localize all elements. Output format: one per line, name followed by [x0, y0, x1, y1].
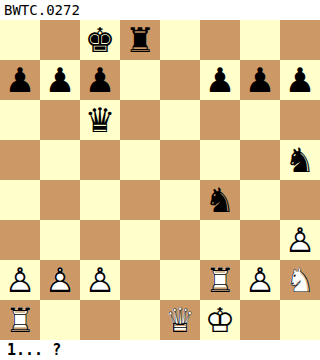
- piece-white-knight-outline: ♘: [280, 260, 320, 300]
- square-h3[interactable]: ♟♙: [280, 220, 320, 260]
- square-f5[interactable]: [200, 140, 240, 180]
- square-d6[interactable]: [120, 100, 160, 140]
- square-c5[interactable]: [80, 140, 120, 180]
- square-b7[interactable]: ♟: [40, 60, 80, 100]
- square-d5[interactable]: [120, 140, 160, 180]
- square-h8[interactable]: [280, 20, 320, 60]
- square-h4[interactable]: [280, 180, 320, 220]
- piece-white-pawn-outline: ♙: [240, 260, 280, 300]
- square-a4[interactable]: [0, 180, 40, 220]
- piece-black-pawn: ♟: [280, 60, 320, 100]
- square-h2[interactable]: ♞♘: [280, 260, 320, 300]
- piece-black-rook: ♜: [120, 20, 160, 60]
- square-a7[interactable]: ♟: [0, 60, 40, 100]
- square-d7[interactable]: [120, 60, 160, 100]
- square-e2[interactable]: [160, 260, 200, 300]
- square-e5[interactable]: [160, 140, 200, 180]
- piece-white-pawn-outline: ♙: [0, 260, 40, 300]
- square-g2[interactable]: ♟♙: [240, 260, 280, 300]
- square-a3[interactable]: [0, 220, 40, 260]
- square-f7[interactable]: ♟: [200, 60, 240, 100]
- square-f4[interactable]: ♞: [200, 180, 240, 220]
- square-f1[interactable]: ♚♔: [200, 300, 240, 340]
- square-c6[interactable]: ♛: [80, 100, 120, 140]
- piece-white-pawn-outline: ♙: [80, 260, 120, 300]
- square-c8[interactable]: ♚: [80, 20, 120, 60]
- square-f2[interactable]: ♜♖: [200, 260, 240, 300]
- square-f8[interactable]: [200, 20, 240, 60]
- square-c3[interactable]: [80, 220, 120, 260]
- square-g6[interactable]: [240, 100, 280, 140]
- piece-black-pawn: ♟: [40, 60, 80, 100]
- square-g5[interactable]: [240, 140, 280, 180]
- piece-white-pawn-outline: ♙: [280, 220, 320, 260]
- square-e4[interactable]: [160, 180, 200, 220]
- piece-black-king: ♚: [80, 20, 120, 60]
- square-c7[interactable]: ♟: [80, 60, 120, 100]
- square-b5[interactable]: [40, 140, 80, 180]
- square-a8[interactable]: [0, 20, 40, 60]
- square-c2[interactable]: ♟♙: [80, 260, 120, 300]
- piece-black-knight: ♞: [200, 180, 240, 220]
- piece-white-rook-outline: ♖: [0, 300, 40, 340]
- square-h6[interactable]: [280, 100, 320, 140]
- square-b4[interactable]: [40, 180, 80, 220]
- piece-black-pawn: ♟: [200, 60, 240, 100]
- square-h5[interactable]: ♞: [280, 140, 320, 180]
- title-bar: BWTC.0272: [0, 0, 320, 20]
- square-g7[interactable]: ♟: [240, 60, 280, 100]
- page-title: BWTC.0272: [4, 2, 80, 18]
- square-d8[interactable]: ♜: [120, 20, 160, 60]
- square-c4[interactable]: [80, 180, 120, 220]
- square-b2[interactable]: ♟♙: [40, 260, 80, 300]
- board: ♚♜♟♟♟♟♟♟♛♞♞♟♙♟♙♟♙♟♙♜♖♟♙♞♘♜♖♛♕♚♔: [0, 20, 320, 340]
- piece-black-pawn: ♟: [240, 60, 280, 100]
- square-a2[interactable]: ♟♙: [0, 260, 40, 300]
- square-e6[interactable]: [160, 100, 200, 140]
- square-g8[interactable]: [240, 20, 280, 60]
- square-a1[interactable]: ♜♖: [0, 300, 40, 340]
- square-e8[interactable]: [160, 20, 200, 60]
- piece-white-king-outline: ♔: [200, 300, 240, 340]
- piece-black-pawn: ♟: [80, 60, 120, 100]
- piece-white-queen-outline: ♕: [160, 300, 200, 340]
- square-a6[interactable]: [0, 100, 40, 140]
- piece-black-pawn: ♟: [0, 60, 40, 100]
- square-e7[interactable]: [160, 60, 200, 100]
- square-g1[interactable]: [240, 300, 280, 340]
- square-b6[interactable]: [40, 100, 80, 140]
- square-e1[interactable]: ♛♕: [160, 300, 200, 340]
- square-b3[interactable]: [40, 220, 80, 260]
- square-d4[interactable]: [120, 180, 160, 220]
- caption-bar: 1... ?: [0, 340, 320, 360]
- square-b8[interactable]: [40, 20, 80, 60]
- chess-diagram-window: BWTC.0272 ♚♜♟♟♟♟♟♟♛♞♞♟♙♟♙♟♙♟♙♜♖♟♙♞♘♜♖♛♕♚…: [0, 0, 320, 360]
- square-h1[interactable]: [280, 300, 320, 340]
- square-b1[interactable]: [40, 300, 80, 340]
- square-c1[interactable]: [80, 300, 120, 340]
- square-h7[interactable]: ♟: [280, 60, 320, 100]
- square-d1[interactable]: [120, 300, 160, 340]
- square-e3[interactable]: [160, 220, 200, 260]
- piece-white-rook-outline: ♖: [200, 260, 240, 300]
- piece-black-queen: ♛: [80, 100, 120, 140]
- square-d3[interactable]: [120, 220, 160, 260]
- square-g4[interactable]: [240, 180, 280, 220]
- move-prompt: 1... ?: [7, 341, 61, 359]
- square-f6[interactable]: [200, 100, 240, 140]
- piece-black-knight: ♞: [280, 140, 320, 180]
- square-f3[interactable]: [200, 220, 240, 260]
- square-d2[interactable]: [120, 260, 160, 300]
- square-g3[interactable]: [240, 220, 280, 260]
- piece-white-pawn-outline: ♙: [40, 260, 80, 300]
- square-a5[interactable]: [0, 140, 40, 180]
